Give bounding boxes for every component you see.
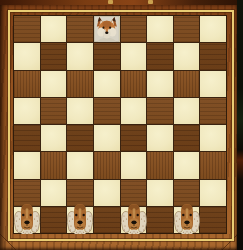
square-h2 <box>200 180 226 206</box>
square-b5 <box>41 98 67 124</box>
square-c2 <box>67 180 93 206</box>
square-g6 <box>174 71 200 97</box>
square-e4 <box>121 125 147 151</box>
square-f5 <box>147 98 173 124</box>
square-g3 <box>174 152 200 178</box>
square-f2 <box>147 180 173 206</box>
square-b4 <box>41 125 67 151</box>
square-d3 <box>94 152 120 178</box>
chessboard-grid <box>13 15 227 234</box>
board-photo <box>0 0 243 250</box>
hound-piece-image <box>65 201 95 234</box>
square-e3 <box>121 152 147 178</box>
square-a3 <box>14 152 40 178</box>
square-d7 <box>94 43 120 69</box>
square-f7 <box>147 43 173 69</box>
square-b3 <box>41 152 67 178</box>
square-a4 <box>14 125 40 151</box>
brass-hinge-icon <box>108 0 113 4</box>
square-e8 <box>121 16 147 42</box>
square-a8 <box>14 16 40 42</box>
square-c4 <box>67 125 93 151</box>
square-b6 <box>41 71 67 97</box>
square-b2 <box>41 180 67 206</box>
brass-hinge-icon <box>148 0 153 4</box>
square-b1 <box>41 207 67 233</box>
square-h6 <box>200 71 226 97</box>
fox-piece-image <box>94 16 120 42</box>
square-h1 <box>200 207 226 233</box>
square-f6 <box>147 71 173 97</box>
square-c5 <box>67 98 93 124</box>
square-h7 <box>200 43 226 69</box>
hound-piece-image <box>172 201 202 234</box>
square-f8 <box>147 16 173 42</box>
square-d8 <box>94 16 120 42</box>
square-d2 <box>94 180 120 206</box>
square-b7 <box>41 43 67 69</box>
square-h5 <box>200 98 226 124</box>
square-g2 <box>174 180 200 206</box>
square-h8 <box>200 16 226 42</box>
square-e1 <box>121 207 147 233</box>
square-d5 <box>94 98 120 124</box>
hound-piece-image <box>119 201 149 234</box>
square-e5 <box>121 98 147 124</box>
square-e2 <box>121 180 147 206</box>
square-b8 <box>41 16 67 42</box>
square-d6 <box>94 71 120 97</box>
square-f3 <box>147 152 173 178</box>
square-g8 <box>174 16 200 42</box>
square-c7 <box>67 43 93 69</box>
square-g4 <box>174 125 200 151</box>
frame-top-edge <box>0 0 243 5</box>
square-g7 <box>174 43 200 69</box>
square-c3 <box>67 152 93 178</box>
square-a7 <box>14 43 40 69</box>
square-d4 <box>94 125 120 151</box>
square-c6 <box>67 71 93 97</box>
square-a5 <box>14 98 40 124</box>
square-f1 <box>147 207 173 233</box>
square-a1 <box>14 207 40 233</box>
square-g1 <box>174 207 200 233</box>
square-c8 <box>67 16 93 42</box>
square-g5 <box>174 98 200 124</box>
square-f4 <box>147 125 173 151</box>
square-d1 <box>94 207 120 233</box>
square-e6 <box>121 71 147 97</box>
square-h4 <box>200 125 226 151</box>
square-a2 <box>14 180 40 206</box>
square-e7 <box>121 43 147 69</box>
background-edge <box>237 0 243 250</box>
square-h3 <box>200 152 226 178</box>
square-a6 <box>14 71 40 97</box>
square-c1 <box>67 207 93 233</box>
hound-piece-image <box>12 201 42 234</box>
